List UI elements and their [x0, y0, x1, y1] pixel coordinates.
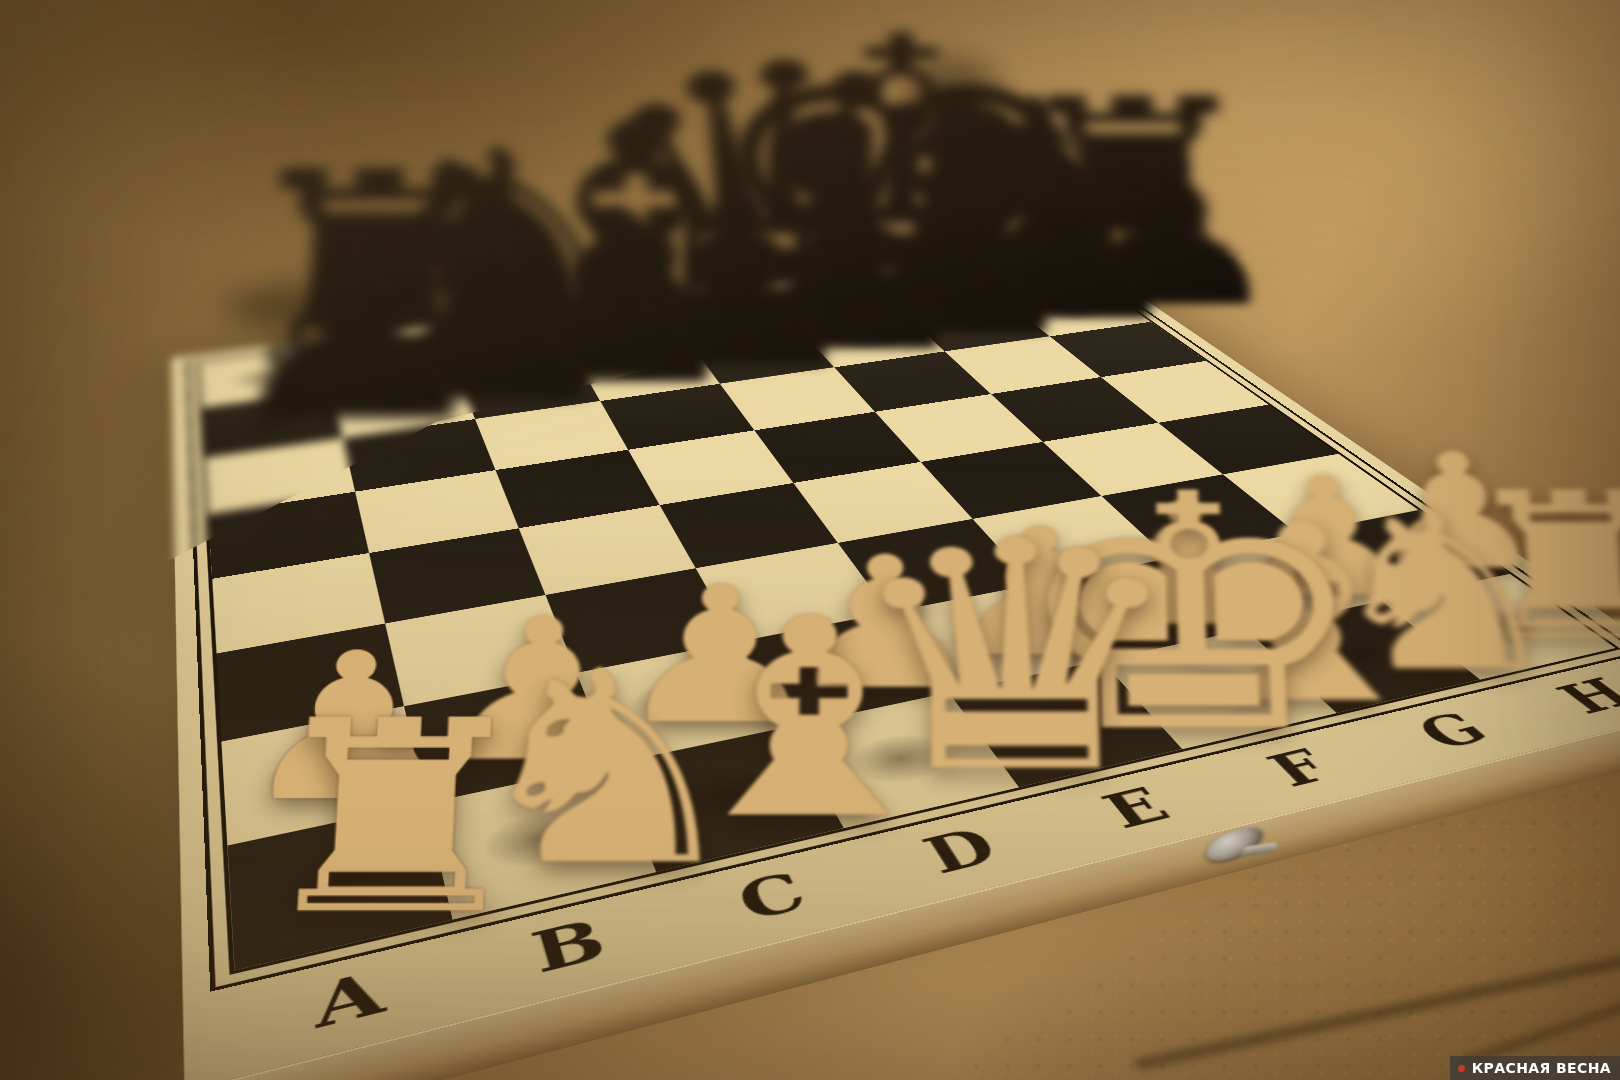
photo: ♜♞♝♛♚♝♞♜♟♟♟♟♟♟♟♟♟♟♟♟♟♟♟♟♜♞♝♛♚♝♞♜ ABCDEFG… [0, 0, 1620, 1080]
red-dot-icon [1458, 1065, 1465, 1072]
watermark: КРАСНАЯ ВЕСНА [1450, 1056, 1620, 1080]
scene: ♜♞♝♛♚♝♞♜♟♟♟♟♟♟♟♟♟♟♟♟♟♟♟♟♜♞♝♛♚♝♞♜ ABCDEFG… [0, 0, 1620, 1080]
square-a1[interactable]: ♜ [228, 803, 454, 970]
watermark-text: КРАСНАЯ ВЕСНА [1472, 1060, 1611, 1076]
file-label-a: A [310, 958, 389, 1042]
chessboard: ♜♞♝♛♚♝♞♜♟♟♟♟♟♟♟♟♟♟♟♟♟♟♟♟♜♞♝♛♚♝♞♜ ABCDEFG… [171, 245, 1620, 1080]
clasp-body [1205, 823, 1264, 865]
black-pawn[interactable]: ♟ [209, 219, 354, 447]
white-rook[interactable]: ♜ [241, 697, 462, 941]
metal-clasp-icon [1204, 818, 1282, 872]
file-label-b: B [525, 907, 614, 986]
